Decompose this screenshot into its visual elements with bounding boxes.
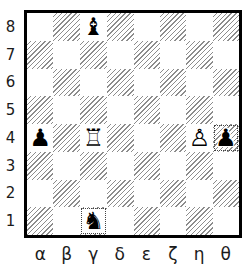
square-f3[interactable]: [160, 152, 186, 180]
square-g4[interactable]: ♙: [186, 124, 212, 152]
square-h7[interactable]: [213, 41, 239, 69]
square-c7[interactable]: [80, 41, 108, 69]
square-c6[interactable]: [80, 69, 108, 97]
square-g8[interactable]: [186, 13, 212, 41]
square-e1[interactable]: [134, 207, 160, 235]
black-pawn[interactable]: ♟: [215, 126, 237, 150]
square-f7[interactable]: [160, 41, 186, 69]
file-label-b: β: [54, 241, 81, 267]
square-d5[interactable]: [107, 96, 133, 124]
square-a2[interactable]: [27, 180, 53, 208]
file-label-f: ζ: [160, 241, 187, 267]
square-f5[interactable]: [160, 96, 186, 124]
square-g5[interactable]: [186, 96, 212, 124]
square-a8[interactable]: [27, 13, 53, 41]
white-pawn[interactable]: ♙: [189, 126, 211, 150]
square-c1[interactable]: ♞: [80, 207, 108, 235]
square-f2[interactable]: [160, 180, 186, 208]
square-e2[interactable]: [134, 180, 160, 208]
file-label-c: γ: [80, 241, 107, 267]
square-d6[interactable]: [107, 69, 133, 97]
file-label-a: α: [27, 241, 54, 267]
square-b8[interactable]: [53, 13, 79, 41]
square-d4[interactable]: [107, 124, 133, 152]
square-c4[interactable]: ♖: [80, 124, 108, 152]
chess-diagram: 87654321 ♝♟♖♙♟♞ αβγδεζηθ: [0, 0, 247, 270]
square-a4[interactable]: ♟: [27, 124, 53, 152]
square-b4[interactable]: [53, 124, 79, 152]
square-g3[interactable]: [186, 152, 212, 180]
rank-label-2: 2: [0, 180, 21, 208]
square-g7[interactable]: [186, 41, 212, 69]
square-a7[interactable]: [27, 41, 53, 69]
square-e8[interactable]: [134, 13, 160, 41]
rank-label-8: 8: [0, 13, 21, 41]
black-bishop[interactable]: ♝: [83, 15, 105, 39]
square-b2[interactable]: [53, 180, 79, 208]
file-label-d: δ: [107, 241, 134, 267]
square-a5[interactable]: [27, 96, 53, 124]
white-rook[interactable]: ♖: [83, 126, 105, 150]
square-b6[interactable]: [53, 69, 79, 97]
square-h8[interactable]: [213, 13, 239, 41]
black-pawn[interactable]: ♟: [29, 126, 51, 150]
square-g1[interactable]: [186, 207, 212, 235]
square-f6[interactable]: [160, 69, 186, 97]
rank-label-1: 1: [0, 207, 21, 235]
square-c5[interactable]: [80, 96, 108, 124]
square-c2[interactable]: [80, 180, 108, 208]
square-e7[interactable]: [134, 41, 160, 69]
square-h3[interactable]: [213, 152, 239, 180]
rank-label-5: 5: [0, 96, 21, 124]
square-h2[interactable]: [213, 180, 239, 208]
square-e5[interactable]: [134, 96, 160, 124]
square-f8[interactable]: [160, 13, 186, 41]
rank-label-4: 4: [0, 124, 21, 152]
square-d7[interactable]: [107, 41, 133, 69]
chess-board: ♝♟♖♙♟♞: [24, 10, 242, 238]
square-d8[interactable]: [107, 13, 133, 41]
square-f4[interactable]: [160, 124, 186, 152]
file-label-g: η: [186, 241, 213, 267]
square-f1[interactable]: [160, 207, 186, 235]
file-label-h: θ: [213, 241, 240, 267]
square-g2[interactable]: [186, 180, 212, 208]
square-b5[interactable]: [53, 96, 79, 124]
square-e4[interactable]: [134, 124, 160, 152]
square-c3[interactable]: [80, 152, 108, 180]
square-b1[interactable]: [53, 207, 79, 235]
square-e6[interactable]: [134, 69, 160, 97]
rank-label-7: 7: [0, 41, 21, 69]
square-d3[interactable]: [107, 152, 133, 180]
square-b3[interactable]: [53, 152, 79, 180]
square-d1[interactable]: [107, 207, 133, 235]
rank-label-3: 3: [0, 152, 21, 180]
square-a6[interactable]: [27, 69, 53, 97]
square-h4[interactable]: ♟: [213, 124, 239, 152]
square-d2[interactable]: [107, 180, 133, 208]
square-g6[interactable]: [186, 69, 212, 97]
square-a3[interactable]: [27, 152, 53, 180]
black-knight[interactable]: ♞: [80, 209, 108, 234]
square-e3[interactable]: [134, 152, 160, 180]
square-h5[interactable]: [213, 96, 239, 124]
square-c8[interactable]: ♝: [80, 13, 108, 41]
square-a1[interactable]: [27, 207, 53, 235]
square-b7[interactable]: [53, 41, 79, 69]
square-h6[interactable]: [213, 69, 239, 97]
file-label-e: ε: [133, 241, 160, 267]
rank-label-6: 6: [0, 69, 21, 97]
square-h1[interactable]: [213, 207, 239, 235]
